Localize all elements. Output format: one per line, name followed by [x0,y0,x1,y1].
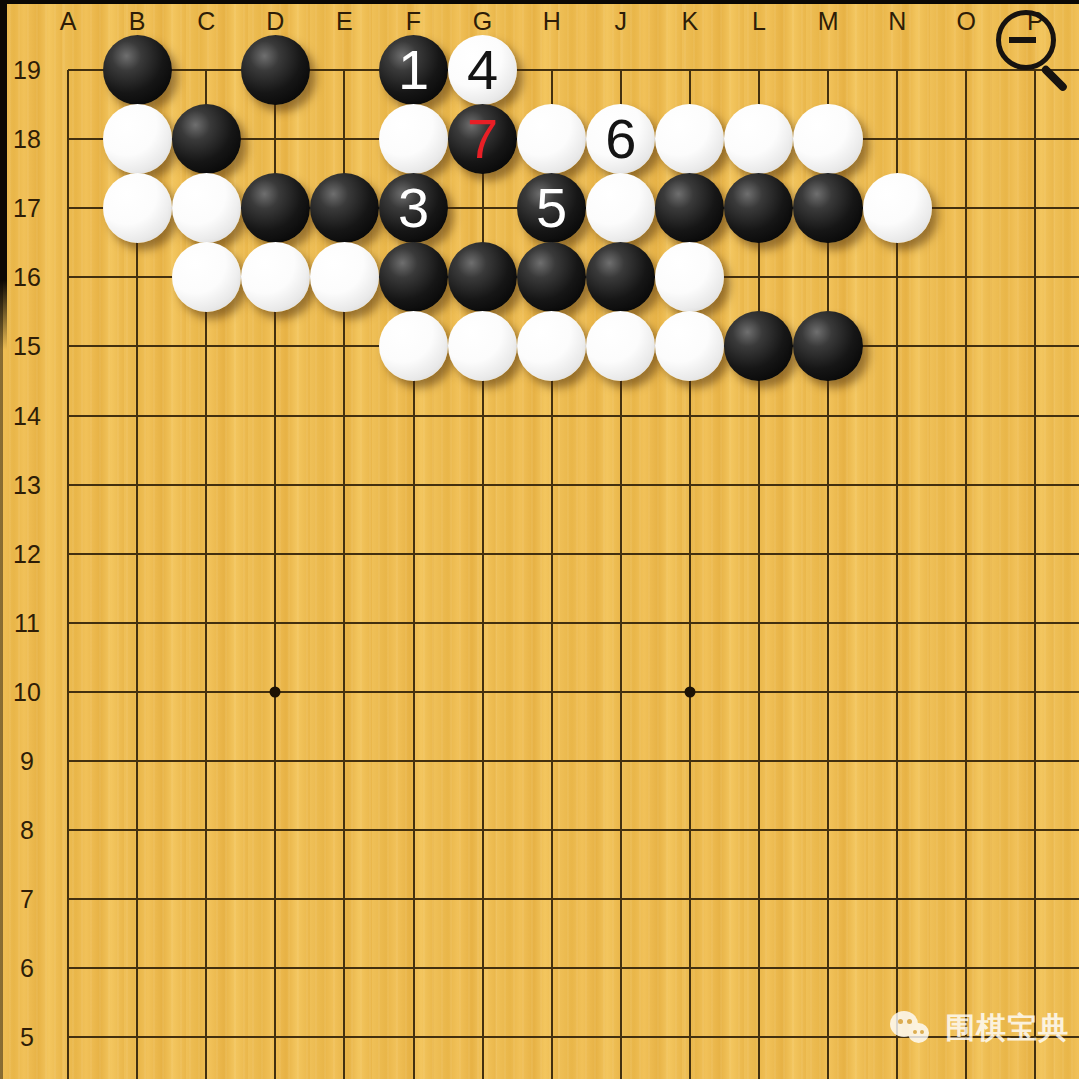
white-stone-K15[interactable] [655,311,724,381]
intersection-C17 [172,174,241,243]
col-label-D: D [266,7,284,36]
intersection-J16 [586,243,655,312]
intersection-F17: 3 [379,174,448,243]
intersection-G18: 7 [448,105,517,174]
wechat-watermark: 围棋宝典 [890,1008,1069,1049]
white-stone-B18[interactable] [103,104,172,174]
white-stone-D16[interactable] [241,242,310,312]
black-stone-H17[interactable]: 5 [517,173,586,243]
intersection-J15 [586,312,655,381]
black-stone-B19[interactable] [103,35,172,105]
white-stone-C17[interactable] [172,173,241,243]
white-stone-J15[interactable] [586,311,655,381]
white-stone-J18[interactable]: 6 [586,104,655,174]
wechat-bubble-small [908,1023,929,1043]
row-label-8: 8 [20,816,34,845]
intersection-F18 [379,105,448,174]
move-number-6: 6 [605,111,636,167]
black-stone-D17[interactable] [241,173,310,243]
magnifier-minus [1009,37,1036,43]
row-label-5: 5 [20,1023,34,1052]
row-label-7: 7 [20,885,34,914]
white-stone-H15[interactable] [517,311,586,381]
move-number-4: 4 [467,42,498,98]
intersection-G15 [448,312,517,381]
intersection-M17 [793,174,862,243]
row-label-6: 6 [20,954,34,983]
black-stone-L15[interactable] [724,311,793,381]
intersection-K18 [655,105,724,174]
intersection-K17 [655,174,724,243]
intersection-F19: 1 [379,35,448,104]
wechat-icon [890,1011,936,1047]
black-stone-F16[interactable] [379,242,448,312]
black-stone-G18[interactable]: 7 [448,104,517,174]
watermark-text: 围棋宝典 [945,1008,1069,1049]
black-stone-G16[interactable] [448,242,517,312]
intersection-B18 [103,105,172,174]
white-stone-K18[interactable] [655,104,724,174]
black-stone-C18[interactable] [172,104,241,174]
col-label-E: E [336,7,353,36]
go-app-screen: ABCDEFGHJKLMNOP1918171615141312111098765… [0,0,1079,1079]
col-label-B: B [129,7,146,36]
white-stone-M18[interactable] [793,104,862,174]
move-number-7: 7 [467,111,498,167]
intersection-B17 [103,174,172,243]
col-label-H: H [543,7,561,36]
white-stone-G15[interactable] [448,311,517,381]
white-stone-C16[interactable] [172,242,241,312]
zoom-out-icon[interactable] [996,10,1079,92]
black-stone-F17[interactable]: 3 [379,173,448,243]
col-label-M: M [818,7,839,36]
white-stone-L18[interactable] [724,104,793,174]
intersection-B19 [103,35,172,104]
col-label-C: C [197,7,215,36]
intersection-H17: 5 [517,174,586,243]
intersection-D19 [241,35,310,104]
intersection-J18: 6 [586,105,655,174]
intersection-L17 [724,174,793,243]
col-label-A: A [60,7,77,36]
intersection-K16 [655,243,724,312]
intersection-H16 [517,243,586,312]
black-stone-L17[interactable] [724,173,793,243]
intersection-G19: 4 [448,35,517,104]
white-stone-B17[interactable] [103,173,172,243]
col-label-K: K [682,7,699,36]
black-stone-M15[interactable] [793,311,862,381]
white-stone-G19[interactable]: 4 [448,35,517,105]
intersection-M15 [793,312,862,381]
magnifier-handle [1040,64,1068,92]
intersection-E17 [310,174,379,243]
intersection-F15 [379,312,448,381]
intersection-C18 [172,105,241,174]
intersection-M18 [793,105,862,174]
black-stone-E17[interactable] [310,173,379,243]
intersection-H18 [517,105,586,174]
row-label-9: 9 [20,747,34,776]
white-stone-E16[interactable] [310,242,379,312]
intersection-J17 [586,174,655,243]
col-label-L: L [752,7,766,36]
move-number-1: 1 [398,42,429,98]
intersection-L18 [724,105,793,174]
top-edge-strip [0,0,1079,4]
move-number-5: 5 [536,180,567,236]
white-stone-N17[interactable] [863,173,932,243]
intersection-E16 [310,243,379,312]
move-number-3: 3 [398,180,429,236]
black-stone-D19[interactable] [241,35,310,105]
col-label-F: F [406,7,421,36]
white-stone-H18[interactable] [517,104,586,174]
black-stone-K17[interactable] [655,173,724,243]
white-stone-K16[interactable] [655,242,724,312]
intersection-H15 [517,312,586,381]
col-label-N: N [888,7,906,36]
black-stone-J16[interactable] [586,242,655,312]
black-stone-F19[interactable]: 1 [379,35,448,105]
go-board[interactable]: 147635 [33,35,1069,1071]
intersection-N17 [863,174,932,243]
intersection-L15 [724,312,793,381]
white-stone-F15[interactable] [379,311,448,381]
intersection-G16 [448,243,517,312]
intersection-D16 [241,243,310,312]
col-label-O: O [957,7,976,36]
col-label-G: G [473,7,492,36]
intersection-C16 [172,243,241,312]
left-edge-strip [0,0,7,350]
white-stone-J17[interactable] [586,173,655,243]
black-stone-H16[interactable] [517,242,586,312]
black-stone-M17[interactable] [793,173,862,243]
white-stone-F18[interactable] [379,104,448,174]
intersection-K15 [655,312,724,381]
intersection-D17 [241,174,310,243]
col-label-J: J [615,7,628,36]
intersection-F16 [379,243,448,312]
